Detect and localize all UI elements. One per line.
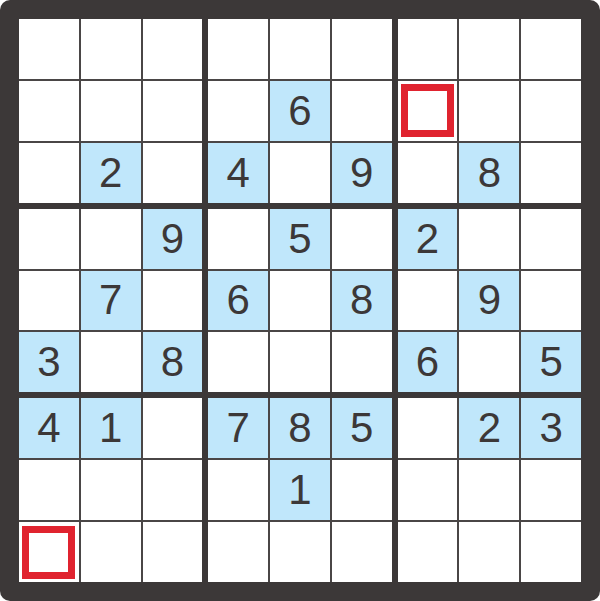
cell-r3c9[interactable] [521, 143, 581, 203]
given-digit: 8 [478, 152, 501, 194]
cell-r3c7[interactable] [398, 143, 458, 203]
cell-r1c3[interactable] [143, 19, 203, 79]
sudoku-box-4: 9738 [19, 209, 202, 393]
cell-r8c7[interactable] [398, 460, 458, 520]
given-digit: 9 [478, 279, 501, 321]
cell-r7c3[interactable] [143, 398, 203, 458]
cell-r4c7[interactable]: 2 [398, 209, 458, 269]
cell-r4c4[interactable] [208, 209, 268, 269]
cell-r1c7[interactable] [398, 19, 458, 79]
cell-r9c9[interactable] [521, 522, 581, 582]
cell-r4c8[interactable] [459, 209, 519, 269]
cell-r4c1[interactable] [19, 209, 79, 269]
given-digit: 7 [99, 279, 122, 321]
cell-r5c3[interactable] [143, 271, 203, 331]
cell-r9c3[interactable] [143, 522, 203, 582]
sudoku-grid: 264989738568296541785123 [19, 19, 581, 582]
cell-r9c1[interactable] [19, 522, 79, 582]
cell-r2c1[interactable] [19, 81, 79, 141]
cell-r8c8[interactable] [459, 460, 519, 520]
cell-r4c6[interactable] [332, 209, 392, 269]
cell-r3c6[interactable]: 9 [332, 143, 392, 203]
cell-r8c5[interactable]: 1 [270, 460, 330, 520]
cell-r3c4[interactable]: 4 [208, 143, 268, 203]
cell-r7c7[interactable] [398, 398, 458, 458]
given-digit: 5 [350, 407, 373, 449]
cell-r3c8[interactable]: 8 [459, 143, 519, 203]
cell-r1c5[interactable] [270, 19, 330, 79]
given-digit: 3 [539, 407, 562, 449]
cell-r6c9[interactable]: 5 [521, 332, 581, 392]
cell-r5c5[interactable] [270, 271, 330, 331]
cell-r5c1[interactable] [19, 271, 79, 331]
given-digit: 8 [288, 407, 311, 449]
cell-r4c9[interactable] [521, 209, 581, 269]
cell-r5c7[interactable] [398, 271, 458, 331]
cell-r6c5[interactable] [270, 332, 330, 392]
given-digit: 3 [37, 341, 60, 383]
given-digit: 2 [416, 218, 439, 260]
cell-r1c4[interactable] [208, 19, 268, 79]
given-digit: 4 [227, 152, 250, 194]
given-digit: 6 [416, 341, 439, 383]
cell-r7c2[interactable]: 1 [81, 398, 141, 458]
given-digit: 5 [288, 218, 311, 260]
cell-r3c5[interactable] [270, 143, 330, 203]
cell-r7c6[interactable]: 5 [332, 398, 392, 458]
cell-r8c4[interactable] [208, 460, 268, 520]
cell-r1c2[interactable] [81, 19, 141, 79]
cell-r8c2[interactable] [81, 460, 141, 520]
given-digit: 2 [99, 152, 122, 194]
cell-r5c2[interactable]: 7 [81, 271, 141, 331]
cell-r4c2[interactable] [81, 209, 141, 269]
cell-r9c4[interactable] [208, 522, 268, 582]
given-digit: 1 [99, 407, 122, 449]
sudoku-box-5: 568 [208, 209, 391, 393]
sudoku-board: 264989738568296541785123 [0, 0, 600, 601]
cell-r7c8[interactable]: 2 [459, 398, 519, 458]
cell-r6c3[interactable]: 8 [143, 332, 203, 392]
cell-r2c3[interactable] [143, 81, 203, 141]
cell-r4c3[interactable]: 9 [143, 209, 203, 269]
sudoku-box-9: 23 [398, 398, 581, 582]
cell-r1c9[interactable] [521, 19, 581, 79]
cell-r5c6[interactable]: 8 [332, 271, 392, 331]
cell-r2c8[interactable] [459, 81, 519, 141]
cell-r2c5[interactable]: 6 [270, 81, 330, 141]
given-digit: 9 [161, 218, 184, 260]
cell-r2c9[interactable] [521, 81, 581, 141]
cell-r5c8[interactable]: 9 [459, 271, 519, 331]
cell-r9c8[interactable] [459, 522, 519, 582]
sudoku-box-1: 2 [19, 19, 202, 203]
given-digit: 7 [227, 407, 250, 449]
cell-r7c1[interactable]: 4 [19, 398, 79, 458]
given-digit: 8 [161, 341, 184, 383]
cell-r9c7[interactable] [398, 522, 458, 582]
given-digit: 6 [227, 279, 250, 321]
sudoku-box-3: 8 [398, 19, 581, 203]
cell-r2c4[interactable] [208, 81, 268, 141]
cell-r8c1[interactable] [19, 460, 79, 520]
cell-r1c8[interactable] [459, 19, 519, 79]
cell-r6c2[interactable] [81, 332, 141, 392]
cell-r7c5[interactable]: 8 [270, 398, 330, 458]
cell-r2c7[interactable] [398, 81, 458, 141]
red-outline-marker [22, 526, 75, 579]
cell-r1c6[interactable] [332, 19, 392, 79]
cell-r8c6[interactable] [332, 460, 392, 520]
cell-r3c1[interactable] [19, 143, 79, 203]
cell-r6c4[interactable] [208, 332, 268, 392]
cell-r2c6[interactable] [332, 81, 392, 141]
cell-r6c6[interactable] [332, 332, 392, 392]
cell-r6c8[interactable] [459, 332, 519, 392]
cell-r5c9[interactable] [521, 271, 581, 331]
cell-r6c7[interactable]: 6 [398, 332, 458, 392]
given-digit: 9 [350, 152, 373, 194]
sudoku-box-2: 649 [208, 19, 391, 203]
given-digit: 6 [288, 90, 311, 132]
cell-r8c9[interactable] [521, 460, 581, 520]
cell-r6c1[interactable]: 3 [19, 332, 79, 392]
cell-r3c2[interactable]: 2 [81, 143, 141, 203]
sudoku-box-7: 41 [19, 398, 202, 582]
given-digit: 4 [37, 407, 60, 449]
cell-r4c5[interactable]: 5 [270, 209, 330, 269]
cell-r3c3[interactable] [143, 143, 203, 203]
given-digit: 5 [539, 341, 562, 383]
cell-r1c1[interactable] [19, 19, 79, 79]
red-outline-marker [401, 84, 454, 137]
given-digit: 1 [288, 469, 311, 511]
given-digit: 8 [350, 279, 373, 321]
cell-r2c2[interactable] [81, 81, 141, 141]
cell-r8c3[interactable] [143, 460, 203, 520]
cell-r9c2[interactable] [81, 522, 141, 582]
given-digit: 2 [478, 407, 501, 449]
cell-r9c6[interactable] [332, 522, 392, 582]
cell-r7c4[interactable]: 7 [208, 398, 268, 458]
cell-r9c5[interactable] [270, 522, 330, 582]
sudoku-box-6: 2965 [398, 209, 581, 393]
cell-r5c4[interactable]: 6 [208, 271, 268, 331]
sudoku-box-8: 7851 [208, 398, 391, 582]
cell-r7c9[interactable]: 3 [521, 398, 581, 458]
